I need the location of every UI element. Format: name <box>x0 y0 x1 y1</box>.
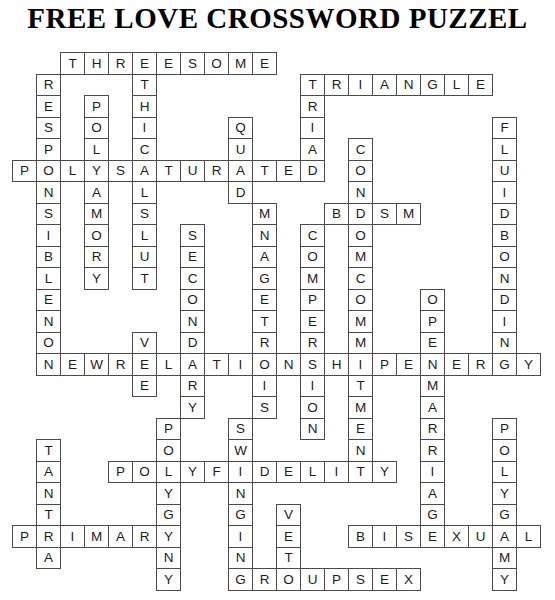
cell-r14-c3[interactable]: W <box>84 353 109 376</box>
cell-r22-c3[interactable]: M <box>84 525 109 548</box>
cell-r15-c12[interactable]: I <box>300 375 325 398</box>
cell-r14-c10[interactable]: O <box>252 353 277 376</box>
cell-r19-c12[interactable]: L <box>300 461 325 484</box>
cell-r22-c21[interactable]: L <box>516 525 541 548</box>
cell-r19-c11[interactable]: E <box>276 461 301 484</box>
cell-r4-c3[interactable]: L <box>84 138 109 161</box>
cell-r21-c9[interactable]: G <box>228 504 253 527</box>
cell-r24-c20[interactable]: Y <box>492 568 517 591</box>
cell-r17-c6[interactable]: P <box>156 418 181 441</box>
cell-r2-c12[interactable]: R <box>300 95 325 118</box>
cell-r8-c14[interactable]: O <box>348 224 373 247</box>
cell-r9-c5[interactable]: U <box>132 246 157 269</box>
cell-r14-c8[interactable]: T <box>204 353 229 376</box>
cell-r13-c12[interactable]: R <box>300 332 325 355</box>
cell-r12-c20[interactable]: I <box>492 310 517 333</box>
cell-r20-c17[interactable]: A <box>420 482 445 505</box>
cell-r19-c5[interactable]: O <box>132 461 157 484</box>
cell-r5-c6[interactable]: T <box>156 160 181 183</box>
cell-r7-c3[interactable]: M <box>84 203 109 226</box>
cell-r4-c14[interactable]: C <box>348 138 373 161</box>
cell-r19-c13[interactable]: I <box>324 461 349 484</box>
puzzle-title: FREE LOVE CROSSWORD PUZZEL <box>0 2 555 35</box>
cell-r22-c14[interactable]: B <box>348 525 373 548</box>
cell-r3-c5[interactable]: I <box>132 117 157 140</box>
cell-r2-c1[interactable]: E <box>36 95 61 118</box>
cell-r10-c7[interactable]: C <box>180 267 205 290</box>
cell-r6-c5[interactable]: L <box>132 181 157 204</box>
cell-r7-c14[interactable]: D <box>348 203 373 226</box>
cell-r19-c9[interactable]: I <box>228 461 253 484</box>
cell-r22-c11[interactable]: E <box>276 525 301 548</box>
cell-r24-c16[interactable]: X <box>396 568 421 591</box>
cell-r10-c20[interactable]: N <box>492 267 517 290</box>
cell-r1-c15[interactable]: A <box>372 74 397 97</box>
cell-r9-c7[interactable]: E <box>180 246 205 269</box>
cell-r8-c20[interactable]: B <box>492 224 517 247</box>
cell-r16-c12[interactable]: O <box>300 396 325 419</box>
cell-r14-c14[interactable]: I <box>348 353 373 376</box>
cell-r5-c4[interactable]: S <box>108 160 133 183</box>
cell-r12-c10[interactable]: T <box>252 310 277 333</box>
cell-r14-c4[interactable]: R <box>108 353 133 376</box>
cell-r4-c9[interactable]: U <box>228 138 253 161</box>
cell-r13-c7[interactable]: D <box>180 332 205 355</box>
cell-r16-c7[interactable]: Y <box>180 396 205 419</box>
cell-r18-c6[interactable]: O <box>156 439 181 462</box>
cell-r9-c20[interactable]: O <box>492 246 517 269</box>
cell-r1-c14[interactable]: I <box>348 74 373 97</box>
cell-r7-c10[interactable]: M <box>252 203 277 226</box>
cell-r5-c9[interactable]: A <box>228 160 253 183</box>
cell-r13-c10[interactable]: R <box>252 332 277 355</box>
cell-r14-c21[interactable]: Y <box>516 353 541 376</box>
cell-r11-c14[interactable]: O <box>348 289 373 312</box>
cell-r2-c3[interactable]: P <box>84 95 109 118</box>
cell-r14-c19[interactable]: R <box>468 353 493 376</box>
cell-r3-c9[interactable]: Q <box>228 117 253 140</box>
cell-r22-c2[interactable]: I <box>60 525 85 548</box>
cell-r7-c20[interactable]: D <box>492 203 517 226</box>
cell-r19-c8[interactable]: F <box>204 461 229 484</box>
cell-r19-c15[interactable]: Y <box>372 461 397 484</box>
cell-r5-c10[interactable]: T <box>252 160 277 183</box>
cell-r12-c1[interactable]: N <box>36 310 61 333</box>
cell-r6-c9[interactable]: D <box>228 181 253 204</box>
cell-r18-c1[interactable]: T <box>36 439 61 462</box>
cell-r22-c15[interactable]: I <box>372 525 397 548</box>
cell-r18-c17[interactable]: R <box>420 439 445 462</box>
cell-r12-c14[interactable]: M <box>348 310 373 333</box>
cell-r14-c20[interactable]: G <box>492 353 517 376</box>
cell-r19-c7[interactable]: Y <box>180 461 205 484</box>
cell-r8-c1[interactable]: I <box>36 224 61 247</box>
cell-r13-c17[interactable]: E <box>420 332 445 355</box>
cell-r8-c5[interactable]: L <box>132 224 157 247</box>
cell-r22-c1[interactable]: R <box>36 525 61 548</box>
cell-r24-c14[interactable]: S <box>348 568 373 591</box>
cell-r18-c9[interactable]: W <box>228 439 253 462</box>
cell-r5-c7[interactable]: U <box>180 160 205 183</box>
cell-r22-c4[interactable]: A <box>108 525 133 548</box>
cell-r1-c18[interactable]: L <box>444 74 469 97</box>
cell-r4-c20[interactable]: L <box>492 138 517 161</box>
cell-r14-c2[interactable]: E <box>60 353 85 376</box>
cell-r22-c9[interactable]: I <box>228 525 253 548</box>
cell-r17-c17[interactable]: R <box>420 418 445 441</box>
cell-r0-c10[interactable]: E <box>252 52 277 75</box>
cell-r5-c8[interactable]: R <box>204 160 229 183</box>
cell-r7-c15[interactable]: S <box>372 203 397 226</box>
cell-r14-c18[interactable]: E <box>444 353 469 376</box>
cell-r4-c5[interactable]: C <box>132 138 157 161</box>
cell-r1-c5[interactable]: T <box>132 74 157 97</box>
crossword-grid: THREESOMERTTRIANGLEEPHRSOIQIFPLCUACLPOLY… <box>12 52 542 592</box>
cell-r6-c1[interactable]: N <box>36 181 61 204</box>
cell-r4-c1[interactable]: P <box>36 138 61 161</box>
cell-r24-c6[interactable]: Y <box>156 568 181 591</box>
cell-r1-c1[interactable]: R <box>36 74 61 97</box>
cell-r5-c14[interactable]: O <box>348 160 373 183</box>
cell-r16-c17[interactable]: A <box>420 396 445 419</box>
cell-r12-c7[interactable]: N <box>180 310 205 333</box>
cell-r21-c20[interactable]: G <box>492 504 517 527</box>
cell-r23-c1[interactable]: A <box>36 547 61 570</box>
cell-r21-c6[interactable]: G <box>156 504 181 527</box>
cell-r9-c14[interactable]: M <box>348 246 373 269</box>
cell-r15-c14[interactable]: T <box>348 375 373 398</box>
cell-r16-c10[interactable]: S <box>252 396 277 419</box>
cell-r22-c20[interactable]: A <box>492 525 517 548</box>
cell-r14-c11[interactable]: N <box>276 353 301 376</box>
cell-r17-c12[interactable]: N <box>300 418 325 441</box>
cell-r7-c13[interactable]: B <box>324 203 349 226</box>
cell-r22-c18[interactable]: X <box>444 525 469 548</box>
cell-r15-c5[interactable]: E <box>132 375 157 398</box>
cell-r10-c1[interactable]: L <box>36 267 61 290</box>
cell-r0-c9[interactable]: M <box>228 52 253 75</box>
cell-r3-c12[interactable]: I <box>300 117 325 140</box>
cell-r11-c12[interactable]: P <box>300 289 325 312</box>
cell-r11-c20[interactable]: D <box>492 289 517 312</box>
cell-r8-c3[interactable]: O <box>84 224 109 247</box>
cell-r19-c14[interactable]: T <box>348 461 373 484</box>
cell-r13-c20[interactable]: N <box>492 332 517 355</box>
cell-r24-c10[interactable]: R <box>252 568 277 591</box>
cell-r5-c3[interactable]: Y <box>84 160 109 183</box>
cell-r12-c12[interactable]: E <box>300 310 325 333</box>
cell-r17-c20[interactable]: P <box>492 418 517 441</box>
cell-r18-c14[interactable]: N <box>348 439 373 462</box>
cell-r14-c12[interactable]: S <box>300 353 325 376</box>
cell-r0-c4[interactable]: R <box>108 52 133 75</box>
cell-r15-c10[interactable]: I <box>252 375 277 398</box>
cell-r5-c20[interactable]: U <box>492 160 517 183</box>
cell-r14-c9[interactable]: I <box>228 353 253 376</box>
cell-r22-c6[interactable]: Y <box>156 525 181 548</box>
cell-r8-c7[interactable]: S <box>180 224 205 247</box>
cell-r1-c17[interactable]: G <box>420 74 445 97</box>
cell-r1-c16[interactable]: N <box>396 74 421 97</box>
cell-r19-c4[interactable]: P <box>108 461 133 484</box>
cell-r23-c20[interactable]: M <box>492 547 517 570</box>
cell-r14-c5[interactable]: E <box>132 353 157 376</box>
cell-r4-c12[interactable]: A <box>300 138 325 161</box>
cell-r5-c11[interactable]: E <box>276 160 301 183</box>
cell-r10-c10[interactable]: G <box>252 267 277 290</box>
cell-r0-c2[interactable]: T <box>60 52 85 75</box>
cell-r9-c1[interactable]: B <box>36 246 61 269</box>
cell-r23-c11[interactable]: T <box>276 547 301 570</box>
cell-r0-c3[interactable]: H <box>84 52 109 75</box>
cell-r20-c9[interactable]: N <box>228 482 253 505</box>
cell-r3-c1[interactable]: S <box>36 117 61 140</box>
cell-r21-c1[interactable]: T <box>36 504 61 527</box>
cell-r18-c20[interactable]: O <box>492 439 517 462</box>
cell-r22-c5[interactable]: R <box>132 525 157 548</box>
cell-r17-c14[interactable]: E <box>348 418 373 441</box>
cell-r23-c9[interactable]: N <box>228 547 253 570</box>
cell-r10-c3[interactable]: Y <box>84 267 109 290</box>
cell-r15-c7[interactable]: R <box>180 375 205 398</box>
cell-r12-c17[interactable]: P <box>420 310 445 333</box>
cell-r10-c14[interactable]: C <box>348 267 373 290</box>
cell-r22-c16[interactable]: S <box>396 525 421 548</box>
cell-r24-c12[interactable]: U <box>300 568 325 591</box>
cell-r6-c3[interactable]: A <box>84 181 109 204</box>
cell-r19-c10[interactable]: D <box>252 461 277 484</box>
cell-r19-c17[interactable]: I <box>420 461 445 484</box>
cell-r0-c8[interactable]: O <box>204 52 229 75</box>
cell-r7-c16[interactable]: M <box>396 203 421 226</box>
cell-r0-c7[interactable]: S <box>180 52 205 75</box>
cell-r1-c19[interactable]: E <box>468 74 493 97</box>
cell-r5-c1[interactable]: O <box>36 160 61 183</box>
cell-r10-c12[interactable]: M <box>300 267 325 290</box>
cell-r5-c5[interactable]: A <box>132 160 157 183</box>
cell-r22-c17[interactable]: E <box>420 525 445 548</box>
cell-r0-c5[interactable]: E <box>132 52 157 75</box>
cell-r5-c0[interactable]: P <box>12 160 37 183</box>
cell-r19-c6[interactable]: L <box>156 461 181 484</box>
cell-r14-c6[interactable]: L <box>156 353 181 376</box>
cell-r11-c1[interactable]: E <box>36 289 61 312</box>
cell-r24-c9[interactable]: G <box>228 568 253 591</box>
cell-r11-c10[interactable]: E <box>252 289 277 312</box>
cell-r10-c5[interactable]: T <box>132 267 157 290</box>
cell-r9-c3[interactable]: R <box>84 246 109 269</box>
cell-r9-c10[interactable]: A <box>252 246 277 269</box>
cell-r20-c1[interactable]: N <box>36 482 61 505</box>
cell-r2-c5[interactable]: H <box>132 95 157 118</box>
cell-r14-c15[interactable]: P <box>372 353 397 376</box>
cell-r22-c19[interactable]: U <box>468 525 493 548</box>
cell-r23-c6[interactable]: N <box>156 547 181 570</box>
cell-r7-c5[interactable]: S <box>132 203 157 226</box>
cell-r3-c3[interactable]: O <box>84 117 109 140</box>
cell-r24-c13[interactable]: P <box>324 568 349 591</box>
cell-r20-c6[interactable]: Y <box>156 482 181 505</box>
cell-r14-c13[interactable]: H <box>324 353 349 376</box>
cell-r19-c20[interactable]: L <box>492 461 517 484</box>
cell-r1-c12[interactable]: T <box>300 74 325 97</box>
cell-r14-c16[interactable]: E <box>396 353 421 376</box>
cell-r22-c0[interactable]: P <box>12 525 37 548</box>
cell-r14-c7[interactable]: A <box>180 353 205 376</box>
cell-r5-c12[interactable]: D <box>300 160 325 183</box>
cell-r16-c14[interactable]: M <box>348 396 373 419</box>
cell-r6-c20[interactable]: I <box>492 181 517 204</box>
cell-r21-c17[interactable]: G <box>420 504 445 527</box>
cell-r8-c10[interactable]: N <box>252 224 277 247</box>
cell-r21-c11[interactable]: V <box>276 504 301 527</box>
cell-r1-c13[interactable]: R <box>324 74 349 97</box>
cell-r11-c17[interactable]: O <box>420 289 445 312</box>
cell-r24-c15[interactable]: E <box>372 568 397 591</box>
cell-r19-c1[interactable]: A <box>36 461 61 484</box>
cell-r13-c14[interactable]: M <box>348 332 373 355</box>
cell-r11-c7[interactable]: O <box>180 289 205 312</box>
cell-r14-c1[interactable]: N <box>36 353 61 376</box>
cell-r14-c17[interactable]: N <box>420 353 445 376</box>
cell-r17-c9[interactable]: S <box>228 418 253 441</box>
cell-r9-c12[interactable]: O <box>300 246 325 269</box>
cell-r5-c2[interactable]: L <box>60 160 85 183</box>
cell-r0-c6[interactable]: E <box>156 52 181 75</box>
cell-r6-c14[interactable]: N <box>348 181 373 204</box>
cell-r13-c1[interactable]: O <box>36 332 61 355</box>
cell-r13-c5[interactable]: V <box>132 332 157 355</box>
cell-r7-c1[interactable]: S <box>36 203 61 226</box>
cell-r15-c17[interactable]: M <box>420 375 445 398</box>
cell-r24-c11[interactable]: O <box>276 568 301 591</box>
cell-r3-c20[interactable]: F <box>492 117 517 140</box>
cell-r20-c20[interactable]: Y <box>492 482 517 505</box>
cell-r8-c12[interactable]: C <box>300 224 325 247</box>
